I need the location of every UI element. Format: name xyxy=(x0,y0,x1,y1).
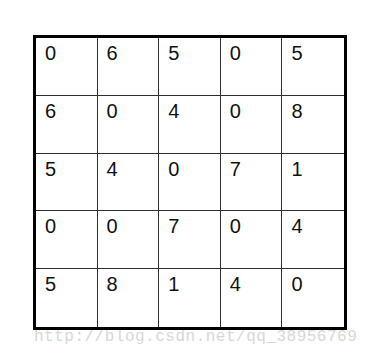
grid-cell-r4c3: 7 xyxy=(159,211,221,269)
grid-cell-r1c2: 6 xyxy=(98,38,160,96)
grid-cell-r5c3: 1 xyxy=(159,269,221,327)
watermark-url: http://blog.csdn.net/qq_38956769 xyxy=(34,328,357,346)
grid-cell-r1c1: 0 xyxy=(36,38,98,96)
grid-cell-r4c1: 0 xyxy=(36,211,98,269)
grid-cell-r1c5: 5 xyxy=(282,38,344,96)
grid-cell-r4c2: 0 xyxy=(98,211,160,269)
grid-cell-r3c4: 7 xyxy=(221,154,283,212)
grid-cell-r2c1: 6 xyxy=(36,96,98,154)
grid-cell-r4c5: 4 xyxy=(282,211,344,269)
grid-cell-r3c2: 4 xyxy=(98,154,160,212)
grid-cell-r2c2: 0 xyxy=(98,96,160,154)
grid-cell-r5c4: 4 xyxy=(221,269,283,327)
grid-cell-r4c4: 0 xyxy=(221,211,283,269)
number-grid-board: 0650560408540710070458140 xyxy=(33,35,347,330)
screenshot-root: http://blog.csdn.net/qq_38956769 0650560… xyxy=(0,0,374,353)
grid-cell-r5c2: 8 xyxy=(98,269,160,327)
grid-cell-r3c5: 1 xyxy=(282,154,344,212)
grid-cell-r5c5: 0 xyxy=(282,269,344,327)
grid-cell-r1c4: 0 xyxy=(221,38,283,96)
grid-cell-r5c1: 5 xyxy=(36,269,98,327)
grid-cell-r2c5: 8 xyxy=(282,96,344,154)
grid-cell-r2c4: 0 xyxy=(221,96,283,154)
grid-cell-r3c3: 0 xyxy=(159,154,221,212)
grid-cell-r3c1: 5 xyxy=(36,154,98,212)
grid-cell-r1c3: 5 xyxy=(159,38,221,96)
grid-cell-r2c3: 4 xyxy=(159,96,221,154)
